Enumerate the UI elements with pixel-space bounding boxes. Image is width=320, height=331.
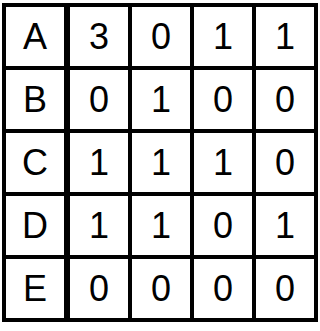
row-label-cell: D (6, 196, 66, 255)
page: A 3 0 1 1 B 0 1 0 0 C 1 1 1 0 D 1 1 0 1 … (0, 0, 320, 331)
row-label-cell: A (6, 7, 66, 66)
grid-cell: 3 (70, 7, 128, 66)
grid-cell: 0 (132, 259, 190, 318)
grid-cell: 0 (256, 133, 314, 192)
row-label-cell: C (6, 133, 66, 192)
grid-cell: 1 (132, 70, 190, 129)
grid-cell: 1 (132, 196, 190, 255)
grid-cell: 1 (194, 133, 252, 192)
grid-cell: 0 (194, 196, 252, 255)
number-grid-board: A 3 0 1 1 B 0 1 0 0 C 1 1 1 0 D 1 1 0 1 … (2, 3, 318, 322)
grid-cell: 0 (70, 70, 128, 129)
grid-cell: 0 (132, 7, 190, 66)
grid-cell: 0 (256, 70, 314, 129)
grid-cell: 1 (256, 7, 314, 66)
row-label-cell: E (6, 259, 66, 318)
grid-cell: 0 (70, 259, 128, 318)
grid-cell: 1 (256, 196, 314, 255)
grid-cell: 0 (194, 259, 252, 318)
grid-cell: 1 (70, 196, 128, 255)
grid-cell: 1 (70, 133, 128, 192)
grid-cell: 0 (256, 259, 314, 318)
grid-cell: 1 (194, 7, 252, 66)
grid-cell: 0 (194, 70, 252, 129)
grid-cell: 1 (132, 133, 190, 192)
row-label-cell: B (6, 70, 66, 129)
